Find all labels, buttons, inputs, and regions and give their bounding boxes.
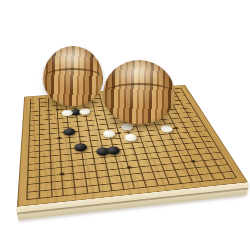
board-cell [201,173,216,181]
bowl-highlight [110,61,168,83]
board-cell [75,179,88,187]
board-cell [170,156,183,163]
board-cell [156,178,170,186]
board-cell [51,161,62,168]
board-cell [50,138,61,144]
board-cell [74,172,86,180]
bowl-highlight [49,47,97,67]
board-cell [85,171,97,179]
star-point [57,137,61,140]
board-cell [86,178,99,186]
board-cell [52,189,64,198]
board-cell [60,137,71,143]
board-cell [29,146,40,153]
board-cell [117,161,130,168]
white-stone[interactable] [102,130,116,138]
board-cell [179,176,193,184]
board-cell [173,163,187,170]
board-cell [208,147,221,154]
board-cell [29,140,39,146]
board-cell [162,164,175,172]
board-cell [133,142,145,148]
board-cell [145,179,159,187]
board-cell [94,157,106,164]
board-cell [124,149,136,156]
board-cell [194,161,208,168]
board-cell [62,167,74,175]
board-cell [167,177,181,185]
board-cell [62,160,74,167]
board-cell [40,182,52,191]
board-cell [222,171,237,179]
board-cell [40,190,52,199]
board-cell [99,184,112,193]
board-cell [120,132,131,138]
board-cell [208,166,222,174]
board-cell [70,137,81,143]
board-cell [141,166,154,174]
board-cell [97,170,110,178]
board-cell [63,173,75,181]
board-cell [91,140,102,146]
black-stone[interactable] [63,128,76,136]
white-stone[interactable] [123,133,137,142]
board-cell [64,187,77,196]
black-stone[interactable] [96,147,111,156]
board-cell [40,156,51,163]
board-cell [50,149,61,156]
board-cell [40,145,51,152]
board-cell [119,168,132,176]
board-cell [201,136,214,142]
board-cell [190,175,204,183]
board-cell [60,132,70,138]
board-cell [143,172,157,180]
board-cell [165,145,178,152]
board-cell [110,133,121,139]
board-cell [50,133,60,139]
board-cell [84,158,96,165]
board-cell [145,147,157,154]
board-cell [136,153,149,160]
board-cell [170,133,182,139]
board-cell [93,151,105,158]
board-cell [28,177,40,185]
board-cell [151,165,164,173]
board-cell [29,157,40,164]
board-cell [179,132,191,138]
board-cell [204,141,217,147]
board-cell [191,154,205,161]
board-cell [90,135,101,141]
board-cell [61,154,72,161]
board-cell [61,148,72,155]
board-cell [98,177,111,185]
board-cell [76,186,89,195]
star-point [191,160,197,163]
board-cell [195,142,208,149]
board-cell [72,153,83,160]
board-cell [147,152,160,159]
board-cell [105,156,117,163]
board-cell [51,155,62,162]
board-cell [154,171,168,179]
board-cell [167,151,180,158]
board-cell [172,139,185,145]
board-cell [73,166,85,174]
board-cell [198,148,211,155]
board-cell [134,180,148,188]
board-cell [83,152,95,159]
star-point [127,166,132,169]
black-stone[interactable] [106,146,121,155]
board-cell [192,137,205,143]
board-cell [160,134,172,140]
board-cell [29,151,40,158]
board-cell [95,164,107,172]
board-cell [178,150,191,157]
board-cell [61,143,72,150]
board-cell [50,144,61,151]
bowl-lid-seam [105,83,173,102]
board-cell [122,181,136,189]
board-cell [40,175,52,183]
board-cell [155,146,168,153]
board-cell [120,174,133,182]
board-cell [201,154,215,161]
board-cell [128,160,141,167]
board-cell [28,170,40,178]
board-cell [87,185,100,194]
board-cell [215,159,229,166]
board-cell [186,168,200,176]
board-cell [51,174,63,182]
board-cell [130,167,143,175]
board-cell [121,138,133,144]
board-cell [160,157,173,164]
board-cell [182,138,195,144]
star-point [117,132,122,134]
board-cell [111,183,124,192]
board-cell [153,140,165,146]
board-cell [197,167,211,175]
board-cell [71,148,82,155]
board-cell [132,173,145,181]
board-cell [29,163,40,171]
board-cell [204,160,218,167]
board-cell [28,184,40,193]
board-cell [102,145,114,152]
board-cell [165,170,179,178]
board-cell [40,134,50,140]
board-cell [30,135,40,141]
board-cell [106,162,118,169]
board-cell [100,134,111,140]
board-cell [104,150,116,157]
board-cell [40,139,50,145]
star-point [59,173,64,176]
go-set-photo [0,0,250,250]
board-cell [218,165,233,173]
board-cell [141,136,153,142]
stone-bowl-right[interactable] [103,60,175,124]
board-cell [92,146,104,153]
board-cell [40,169,52,177]
board-cell [175,144,188,151]
board-cell [138,159,151,166]
board-cell [71,142,82,148]
board-cell [180,155,193,162]
board-cell [80,136,91,142]
board-cell [113,144,125,151]
board-cell [40,162,51,169]
board-cell [28,191,40,200]
board-cell [108,169,121,177]
board-cell [151,135,163,141]
bowl-lid-seam [45,68,101,86]
board-cell [40,150,51,157]
board-cell [131,137,143,143]
board-cell [126,154,138,161]
board-cell [176,169,190,177]
board-cell [123,143,135,150]
board-cell [183,162,197,169]
board-cell [157,151,170,158]
board-cell [84,165,96,173]
board-cell [211,153,225,160]
board-cell [111,138,123,144]
board-cell [81,141,92,147]
board-cell [185,143,198,150]
board-cell [211,172,226,180]
board-cell [114,150,126,157]
board-cell [101,139,112,145]
board-cell [149,158,162,165]
board-cell [82,147,93,154]
board-cell [188,149,201,156]
board-cell [135,148,147,155]
board-cell [73,159,85,166]
board-cell [109,176,122,184]
board-cell [163,139,175,145]
stone-bowl-left[interactable] [43,46,103,106]
board-cell [143,141,155,147]
board-cell [52,181,64,189]
black-stone[interactable] [74,143,88,152]
board-cell [63,180,75,188]
board-cell [116,155,128,162]
board-cell [51,168,63,176]
